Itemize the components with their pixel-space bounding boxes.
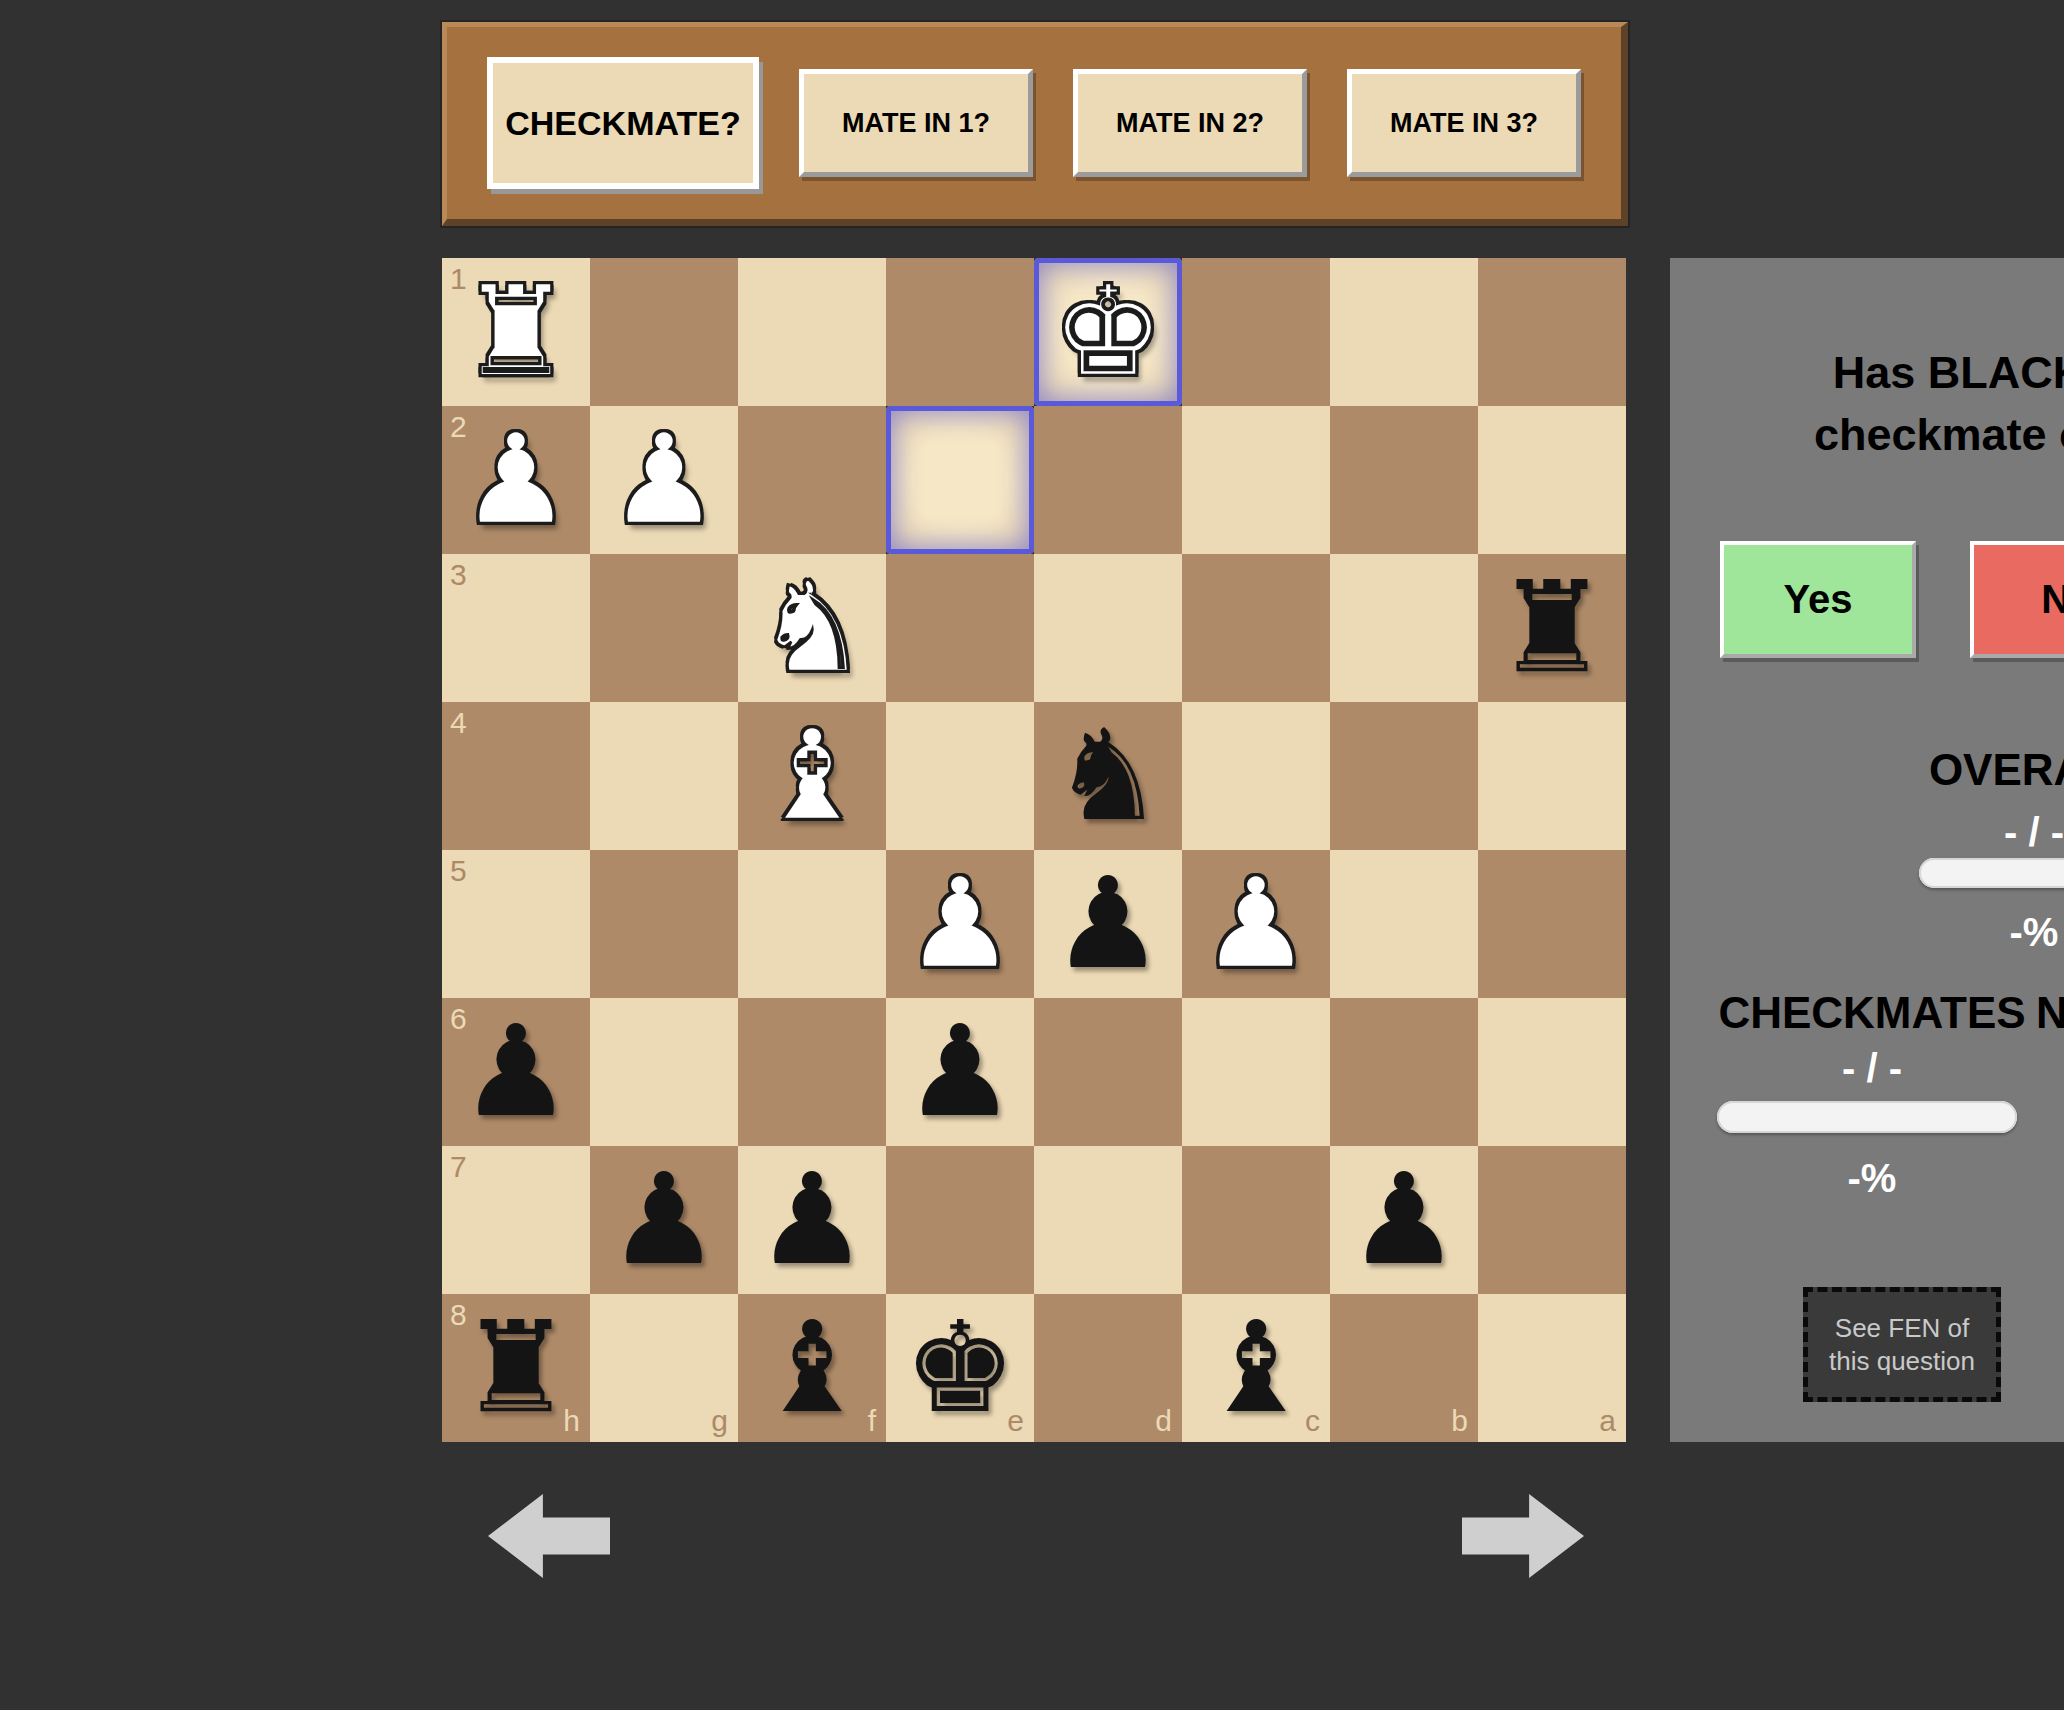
square-a7[interactable] <box>1478 1146 1626 1294</box>
square-e4[interactable] <box>886 702 1034 850</box>
square-f4[interactable]: ♝ <box>738 702 886 850</box>
file-label-c: c <box>1305 1406 1320 1436</box>
file-label-a: a <box>1599 1406 1616 1436</box>
previous-question-arrow[interactable] <box>488 1494 610 1578</box>
white-pawn[interactable]: ♟ <box>460 406 573 554</box>
square-g8[interactable]: g <box>590 1294 738 1442</box>
rank-label-7: 7 <box>450 1152 467 1182</box>
overall-progress-bar <box>1919 858 2064 888</box>
square-c6[interactable] <box>1182 998 1330 1146</box>
square-a1[interactable] <box>1478 258 1626 406</box>
file-label-h: h <box>563 1406 580 1436</box>
rank-label-4: 4 <box>450 708 467 738</box>
square-e6[interactable]: ♟ <box>886 998 1034 1146</box>
square-a5[interactable] <box>1478 850 1626 998</box>
black-king[interactable]: ♚ <box>904 1294 1017 1442</box>
white-pawn[interactable]: ♟ <box>1200 850 1313 998</box>
question-text: Has BLACK checkmate or <box>1670 342 2064 466</box>
rank-label-2: 2 <box>450 412 467 442</box>
square-d2[interactable] <box>1034 406 1182 554</box>
puzzle-type-toolbar: CHECKMATE? MATE IN 1? MATE IN 2? MATE IN… <box>442 22 1628 226</box>
rank-label-1: 1 <box>450 264 467 294</box>
black-pawn[interactable]: ♟ <box>1348 1146 1461 1294</box>
checkmates-stats-label: CHECKMATES <box>1670 988 2064 1038</box>
square-a8[interactable]: a <box>1478 1294 1626 1442</box>
black-bishop[interactable]: ♝ <box>1200 1294 1313 1442</box>
checkmates-progress-bar <box>1717 1101 2017 1133</box>
square-c7[interactable] <box>1182 1146 1330 1294</box>
overall-percent: -% <box>1694 910 2064 955</box>
square-e2[interactable] <box>886 406 1034 554</box>
square-d6[interactable] <box>1034 998 1182 1146</box>
mate-in-2-button[interactable]: MATE IN 2? <box>1073 69 1307 177</box>
black-pawn[interactable]: ♟ <box>1052 850 1165 998</box>
file-label-e: e <box>1007 1406 1024 1436</box>
question-panel: Has BLACK checkmate or Yes No OVERALL - … <box>1670 258 2064 1442</box>
square-e3[interactable] <box>886 554 1034 702</box>
overall-stats-label: OVERALL <box>1694 745 2064 795</box>
square-a2[interactable] <box>1478 406 1626 554</box>
white-bishop[interactable]: ♝ <box>756 702 869 850</box>
square-b8[interactable]: b <box>1330 1294 1478 1442</box>
checkmate-button[interactable]: CHECKMATE? <box>487 57 759 189</box>
next-question-arrow[interactable] <box>1462 1494 1584 1578</box>
square-c2[interactable] <box>1182 406 1330 554</box>
black-pawn[interactable]: ♟ <box>608 1146 721 1294</box>
black-rook[interactable]: ♜ <box>1496 554 1609 702</box>
black-rook[interactable]: ♜ <box>460 1294 573 1442</box>
white-rook[interactable]: ♜ <box>460 258 573 406</box>
square-e7[interactable] <box>886 1146 1034 1294</box>
rank-label-3: 3 <box>450 560 467 590</box>
rank-label-5: 5 <box>450 856 467 886</box>
square-g7[interactable]: ♟ <box>590 1146 738 1294</box>
square-e8[interactable]: e♚ <box>886 1294 1034 1442</box>
see-fen-button[interactable]: See FEN of this question <box>1803 1287 2001 1402</box>
mate-in-1-button[interactable]: MATE IN 1? <box>799 69 1033 177</box>
square-g6[interactable] <box>590 998 738 1146</box>
white-king[interactable]: ♚ <box>1052 258 1165 406</box>
square-d4[interactable]: ♞ <box>1034 702 1182 850</box>
no-button[interactable]: No <box>1970 541 2064 658</box>
square-e1[interactable] <box>886 258 1034 406</box>
square-h2[interactable]: 2♟ <box>442 406 590 554</box>
square-h3[interactable]: 3 <box>442 554 590 702</box>
square-c3[interactable] <box>1182 554 1330 702</box>
square-e5[interactable]: ♟ <box>886 850 1034 998</box>
square-g2[interactable]: ♟ <box>590 406 738 554</box>
square-c4[interactable] <box>1182 702 1330 850</box>
checkmates-ratio: - / - <box>1670 1046 2064 1091</box>
square-c5[interactable]: ♟ <box>1182 850 1330 998</box>
square-b1[interactable] <box>1330 258 1478 406</box>
square-g5[interactable] <box>590 850 738 998</box>
black-pawn[interactable]: ♟ <box>904 998 1017 1146</box>
square-f8[interactable]: f♝ <box>738 1294 886 1442</box>
square-f2[interactable] <box>738 406 886 554</box>
square-f5[interactable] <box>738 850 886 998</box>
square-b2[interactable] <box>1330 406 1478 554</box>
square-h5[interactable]: 5 <box>442 850 590 998</box>
black-pawn[interactable]: ♟ <box>460 998 573 1146</box>
square-c8[interactable]: c♝ <box>1182 1294 1330 1442</box>
square-b5[interactable] <box>1330 850 1478 998</box>
second-column-label: N <box>2036 988 2064 1038</box>
square-h7[interactable]: 7 <box>442 1146 590 1294</box>
black-bishop[interactable]: ♝ <box>756 1294 869 1442</box>
file-label-f: f <box>868 1406 876 1436</box>
white-pawn[interactable]: ♟ <box>904 850 1017 998</box>
square-d8[interactable]: d <box>1034 1294 1182 1442</box>
file-label-d: d <box>1155 1406 1172 1436</box>
rank-label-6: 6 <box>450 1004 467 1034</box>
square-b6[interactable] <box>1330 998 1478 1146</box>
square-h6[interactable]: 6♟ <box>442 998 590 1146</box>
square-d3[interactable] <box>1034 554 1182 702</box>
black-pawn[interactable]: ♟ <box>756 1146 869 1294</box>
overall-ratio: - / - <box>1694 810 2064 855</box>
square-b4[interactable] <box>1330 702 1478 850</box>
chess-board[interactable]: 1♜♚2♟♟3♞♜4♝♞5♟♟♟6♟♟7♟♟♟8h♜gf♝e♚dc♝ba <box>442 258 1626 1442</box>
white-knight[interactable]: ♞ <box>756 554 869 702</box>
square-f6[interactable] <box>738 998 886 1146</box>
square-a6[interactable] <box>1478 998 1626 1146</box>
square-b3[interactable] <box>1330 554 1478 702</box>
square-g4[interactable] <box>590 702 738 850</box>
question-line-1: Has BLACK <box>1670 342 2064 404</box>
yes-button[interactable]: Yes <box>1720 541 1916 658</box>
file-label-b: b <box>1451 1406 1468 1436</box>
checkmates-percent: -% <box>1670 1156 2064 1201</box>
square-d5[interactable]: ♟ <box>1034 850 1182 998</box>
square-f1[interactable] <box>738 258 886 406</box>
square-a3[interactable]: ♜ <box>1478 554 1626 702</box>
see-fen-line-1: See FEN of <box>1835 1312 1969 1345</box>
square-h8[interactable]: 8h♜ <box>442 1294 590 1442</box>
file-label-g: g <box>711 1406 728 1436</box>
square-g3[interactable] <box>590 554 738 702</box>
square-b7[interactable]: ♟ <box>1330 1146 1478 1294</box>
square-f3[interactable]: ♞ <box>738 554 886 702</box>
square-g1[interactable] <box>590 258 738 406</box>
mate-in-3-button[interactable]: MATE IN 3? <box>1347 69 1581 177</box>
square-d7[interactable] <box>1034 1146 1182 1294</box>
question-line-2: checkmate or <box>1670 404 2064 466</box>
square-f7[interactable]: ♟ <box>738 1146 886 1294</box>
square-a4[interactable] <box>1478 702 1626 850</box>
square-h1[interactable]: 1♜ <box>442 258 590 406</box>
white-pawn[interactable]: ♟ <box>608 406 721 554</box>
black-knight[interactable]: ♞ <box>1052 702 1165 850</box>
square-c1[interactable] <box>1182 258 1330 406</box>
see-fen-line-2: this question <box>1829 1345 1975 1378</box>
square-h4[interactable]: 4 <box>442 702 590 850</box>
rank-label-8: 8 <box>450 1300 467 1330</box>
square-d1[interactable]: ♚ <box>1034 258 1182 406</box>
